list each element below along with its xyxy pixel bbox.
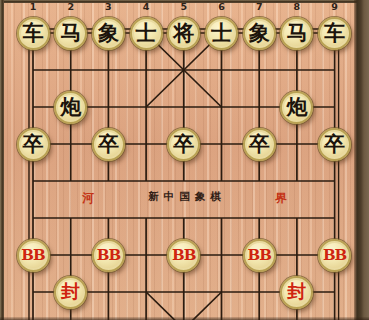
piece-black-f5r4[interactable]: 卒 <box>167 128 200 161</box>
piece-black-f7r4[interactable]: 卒 <box>243 128 276 161</box>
piece-red-f9r7[interactable]: BB <box>318 239 351 272</box>
piece-black-f2r3[interactable]: 炮 <box>54 91 87 124</box>
piece-black-f8r1[interactable]: 马 <box>280 17 313 50</box>
piece-red-f3r7[interactable]: BB <box>92 239 125 272</box>
piece-red-f5r7[interactable]: BB <box>167 239 200 272</box>
piece-black-f8r3[interactable]: 炮 <box>280 91 313 124</box>
piece-black-f9r4[interactable]: 卒 <box>318 128 351 161</box>
xiangqi-board[interactable]: 123456789 河 新中国象棋 界 车马象士将士象马车炮炮卒卒卒卒卒BBBB… <box>0 0 369 320</box>
river-band: 河 新中国象棋 界 <box>0 190 369 208</box>
piece-red-f8r8[interactable]: 封 <box>280 276 313 309</box>
piece-red-f7r7[interactable]: BB <box>243 239 276 272</box>
river-label-right: 界 <box>275 190 287 207</box>
piece-black-f7r1[interactable]: 象 <box>243 17 276 50</box>
piece-black-f3r4[interactable]: 卒 <box>92 128 125 161</box>
piece-black-f9r1[interactable]: 车 <box>318 17 351 50</box>
piece-black-f4r1[interactable]: 士 <box>130 17 163 50</box>
board-frame-top <box>0 0 369 3</box>
piece-black-f5r1[interactable]: 将 <box>167 17 200 50</box>
piece-black-f1r1[interactable]: 车 <box>17 17 50 50</box>
board-frame-right <box>354 0 369 320</box>
piece-red-f1r7[interactable]: BB <box>17 239 50 272</box>
board-frame-left <box>0 0 4 320</box>
piece-black-f2r1[interactable]: 马 <box>54 17 87 50</box>
piece-black-f3r1[interactable]: 象 <box>92 17 125 50</box>
river-brand-text: 新中国象棋 <box>148 190 226 204</box>
piece-black-f1r4[interactable]: 卒 <box>17 128 50 161</box>
piece-red-f2r8[interactable]: 封 <box>54 276 87 309</box>
piece-black-f6r1[interactable]: 士 <box>205 17 238 50</box>
river-label-left: 河 <box>82 190 94 207</box>
